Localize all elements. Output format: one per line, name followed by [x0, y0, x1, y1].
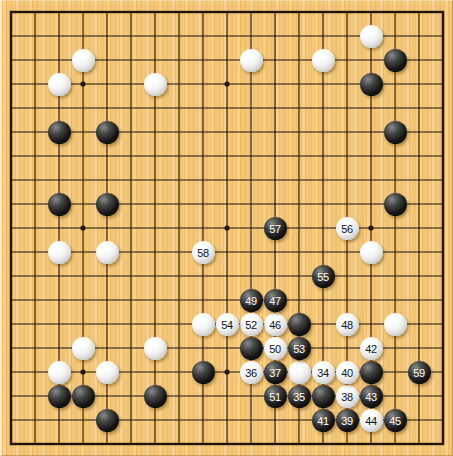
move-number-label: 50 [269, 343, 280, 354]
stone-black-R11[interactable] [384, 193, 407, 216]
stone-black-N6[interactable] [288, 313, 311, 336]
stone-white-P4-move-40[interactable]: 40 [336, 361, 359, 384]
move-number-label: 39 [341, 415, 352, 426]
stone-white-Q5-move-42[interactable]: 42 [360, 337, 383, 360]
stone-white-P10-move-56[interactable]: 56 [336, 217, 359, 240]
stone-white-J6[interactable] [192, 313, 215, 336]
stone-white-Q2-move-44[interactable]: 44 [360, 409, 383, 432]
stone-black-S4-move-59[interactable]: 59 [408, 361, 431, 384]
stone-white-C16[interactable] [48, 73, 71, 96]
stone-white-G5[interactable] [144, 337, 167, 360]
stone-black-O3[interactable] [312, 385, 335, 408]
move-number-label: 45 [389, 415, 400, 426]
stone-white-P3-move-38[interactable]: 38 [336, 385, 359, 408]
move-number-label: 47 [269, 295, 280, 306]
move-number-label: 37 [269, 367, 280, 378]
move-number-label: 40 [341, 367, 352, 378]
stone-white-D17[interactable] [72, 49, 95, 72]
go-board-diagram: 3435363738394041424344454647484950515253… [0, 0, 453, 456]
stone-white-M5-move-50[interactable]: 50 [264, 337, 287, 360]
move-number-label: 38 [341, 391, 352, 402]
move-number-label: 48 [341, 319, 352, 330]
stone-black-C3[interactable] [48, 385, 71, 408]
stone-black-M4-move-37[interactable]: 37 [264, 361, 287, 384]
stone-black-N3-move-35[interactable]: 35 [288, 385, 311, 408]
move-number-label: 43 [365, 391, 376, 402]
move-number-label: 54 [221, 319, 232, 330]
move-number-label: 53 [293, 343, 304, 354]
stone-black-J4[interactable] [192, 361, 215, 384]
move-number-label: 55 [317, 271, 328, 282]
stone-black-C11[interactable] [48, 193, 71, 216]
move-number-label: 35 [293, 391, 304, 402]
stone-black-E2[interactable] [96, 409, 119, 432]
stone-white-E4[interactable] [96, 361, 119, 384]
stone-black-L5[interactable] [240, 337, 263, 360]
stone-white-E9[interactable] [96, 241, 119, 264]
stone-black-M3-move-51[interactable]: 51 [264, 385, 287, 408]
move-number-label: 56 [341, 223, 352, 234]
stone-white-L4-move-36[interactable]: 36 [240, 361, 263, 384]
stone-white-C9[interactable] [48, 241, 71, 264]
stone-black-D3[interactable] [72, 385, 95, 408]
move-number-label: 58 [197, 247, 208, 258]
stone-black-Q16[interactable] [360, 73, 383, 96]
move-number-label: 57 [269, 223, 280, 234]
move-number-label: 52 [245, 319, 256, 330]
stone-white-R6[interactable] [384, 313, 407, 336]
move-number-label: 49 [245, 295, 256, 306]
stone-white-L17[interactable] [240, 49, 263, 72]
stone-black-Q4[interactable] [360, 361, 383, 384]
stone-white-O17[interactable] [312, 49, 335, 72]
board-surface[interactable]: 3435363738394041424344454647484950515253… [0, 0, 453, 456]
stone-black-R14[interactable] [384, 121, 407, 144]
stone-white-L6-move-52[interactable]: 52 [240, 313, 263, 336]
move-number-label: 42 [365, 343, 376, 354]
stone-black-Q3-move-43[interactable]: 43 [360, 385, 383, 408]
stone-black-O8-move-55[interactable]: 55 [312, 265, 335, 288]
stone-white-C4[interactable] [48, 361, 71, 384]
move-number-label: 44 [365, 415, 376, 426]
stone-black-M7-move-47[interactable]: 47 [264, 289, 287, 312]
stone-white-M6-move-46[interactable]: 46 [264, 313, 287, 336]
stone-black-M10-move-57[interactable]: 57 [264, 217, 287, 240]
stone-white-N4[interactable] [288, 361, 311, 384]
stone-black-O2-move-41[interactable]: 41 [312, 409, 335, 432]
move-number-label: 41 [317, 415, 328, 426]
stone-black-E11[interactable] [96, 193, 119, 216]
stone-black-R17[interactable] [384, 49, 407, 72]
stone-black-N5-move-53[interactable]: 53 [288, 337, 311, 360]
stone-white-Q9[interactable] [360, 241, 383, 264]
move-number-label: 36 [245, 367, 256, 378]
move-number-label: 34 [317, 367, 328, 378]
move-number-label: 46 [269, 319, 280, 330]
stone-white-O4-move-34[interactable]: 34 [312, 361, 335, 384]
stone-white-D5[interactable] [72, 337, 95, 360]
stone-black-R2-move-45[interactable]: 45 [384, 409, 407, 432]
stone-white-J9-move-58[interactable]: 58 [192, 241, 215, 264]
stone-white-P6-move-48[interactable]: 48 [336, 313, 359, 336]
stone-white-Q18[interactable] [360, 25, 383, 48]
stone-black-P2-move-39[interactable]: 39 [336, 409, 359, 432]
move-number-label: 59 [413, 367, 424, 378]
stone-white-K6-move-54[interactable]: 54 [216, 313, 239, 336]
stone-white-G16[interactable] [144, 73, 167, 96]
stone-black-G3[interactable] [144, 385, 167, 408]
move-number-label: 51 [269, 391, 280, 402]
stone-black-E14[interactable] [96, 121, 119, 144]
stone-black-L7-move-49[interactable]: 49 [240, 289, 263, 312]
stone-black-C14[interactable] [48, 121, 71, 144]
